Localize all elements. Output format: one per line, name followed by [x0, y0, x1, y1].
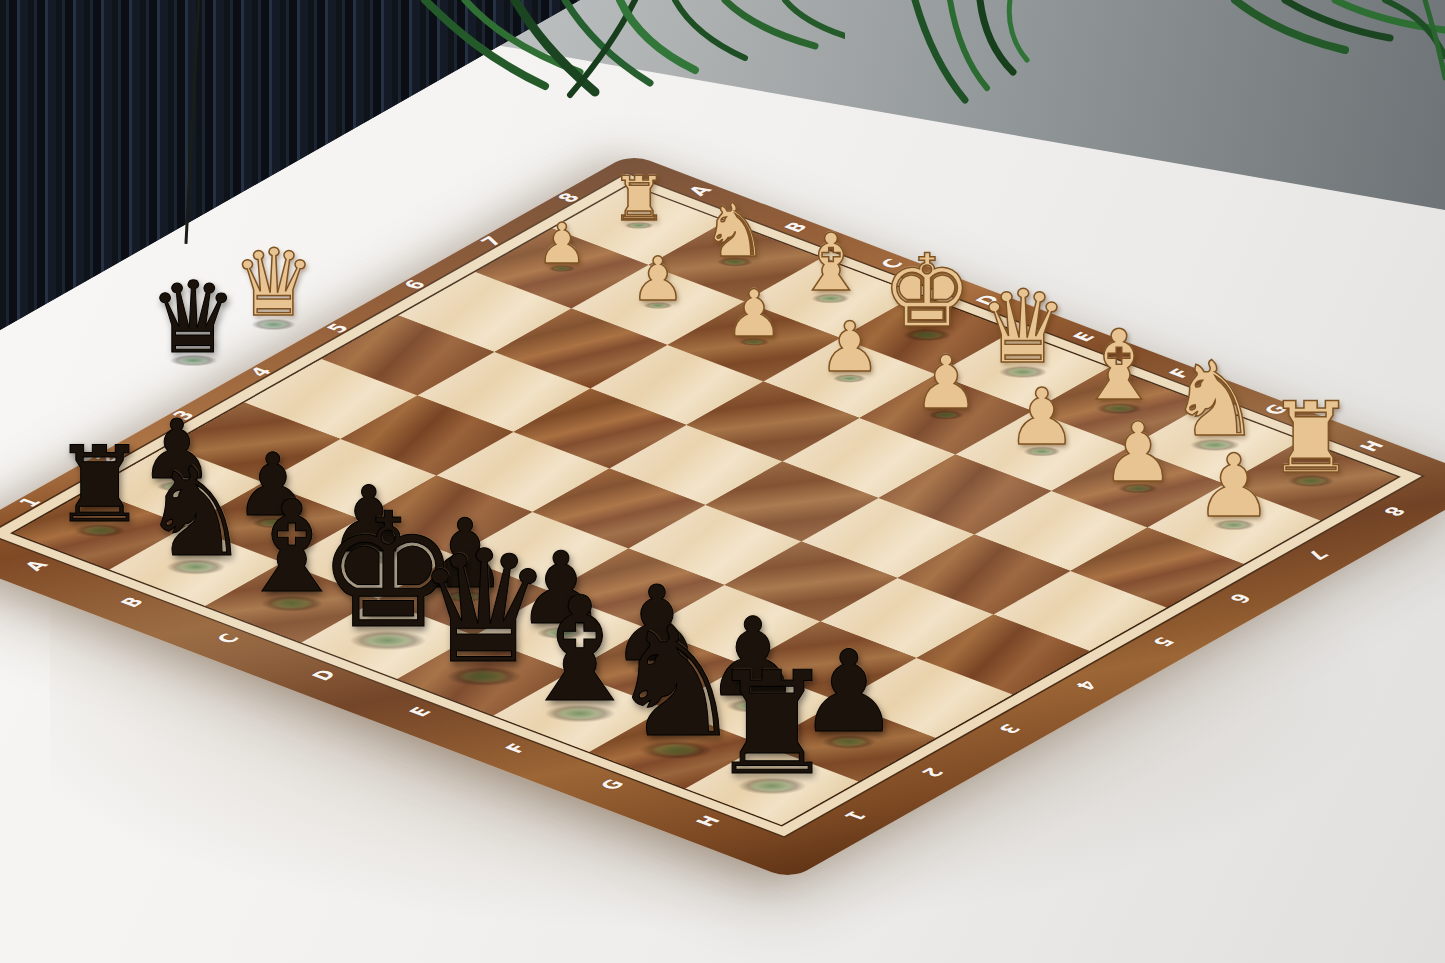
piece-white-pawn-d7[interactable]: ♟	[815, 313, 884, 382]
piece-layer: ♜♞♝♚♛♝♞♜♟♟♟♟♟♟♟♟♟♟♟♟♟♟♟♟♜♞♝♚♛♝♞♜♛♛	[0, 0, 1445, 963]
piece-white-queen-e8[interactable]: ♛	[972, 277, 1073, 378]
piece-white-pawn-a7[interactable]: ♟	[534, 216, 590, 272]
piece-white-knight-b8[interactable]: ♞	[698, 193, 772, 267]
piece-white-pawn-b7[interactable]: ♟	[628, 249, 689, 310]
piece-white-pawn-g7[interactable]: ♟	[1097, 411, 1180, 494]
piece-white-pawn-e7[interactable]: ♟	[909, 346, 983, 420]
piece-white-king-d8[interactable]: ♚	[876, 241, 977, 342]
piece-white-bishop-f8[interactable]: ♝	[1071, 318, 1168, 415]
piece-white-pawn-h7[interactable]: ♟	[1191, 443, 1278, 530]
piece-black-queen-spare[interactable]: ♛	[144, 268, 243, 367]
piece-white-rook-a8[interactable]: ♜	[608, 168, 669, 229]
chess-set-photo-scene: AABBCCDDEEFFGGHH1122334455667788 ♜♞♝♚♛♝♞…	[0, 0, 1445, 963]
piece-black-rook-h1[interactable]: ♜	[701, 653, 843, 795]
piece-white-pawn-c7[interactable]: ♟	[721, 281, 786, 346]
piece-white-pawn-f7[interactable]: ♟	[1003, 378, 1081, 456]
piece-white-bishop-c8[interactable]: ♝	[791, 224, 870, 303]
